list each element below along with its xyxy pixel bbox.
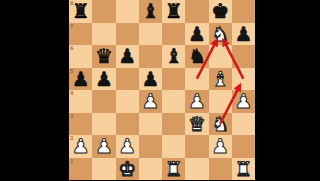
square-f2[interactable] — [185, 135, 208, 158]
rank-label-3: 3 — [70, 113, 73, 119]
square-f7[interactable]: ♟ — [185, 23, 208, 46]
black-pawn-b5: ♟ — [92, 68, 115, 91]
square-d6[interactable] — [139, 45, 162, 68]
white-pawn-h4: ♟ — [232, 90, 255, 113]
square-d8[interactable]: ♝ — [139, 0, 162, 23]
black-bishop-d8: ♝ — [139, 0, 162, 23]
white-pawn-f4: ♟ — [185, 90, 208, 113]
square-h1[interactable]: ♜ — [232, 158, 255, 181]
white-pawn-a2: ♟ — [69, 135, 92, 158]
square-b1[interactable] — [92, 158, 115, 181]
square-f8[interactable] — [185, 0, 208, 23]
square-a2[interactable]: 2♟ — [69, 135, 92, 158]
square-g4[interactable] — [209, 90, 232, 113]
square-d3[interactable] — [139, 113, 162, 136]
chess-board: 8♜♝♜♚7♟♞♟6♛♟♝♞5♟♟♟♝4♟♟♟3♛♞2♟♟♟♟1♚♜♜ — [69, 0, 255, 180]
white-rook-e1: ♜ — [162, 158, 185, 181]
rank-label-1: 1 — [70, 158, 73, 164]
square-d2[interactable] — [139, 135, 162, 158]
square-g2[interactable]: ♟ — [209, 135, 232, 158]
square-c5[interactable] — [116, 68, 139, 91]
square-b2[interactable]: ♟ — [92, 135, 115, 158]
square-e7[interactable] — [162, 23, 185, 46]
square-f3[interactable]: ♛ — [185, 113, 208, 136]
letterbox-left — [0, 0, 69, 180]
rank-label-6: 6 — [70, 45, 73, 51]
square-e2[interactable] — [162, 135, 185, 158]
black-knight-f6: ♞ — [185, 45, 208, 68]
white-pawn-d4: ♟ — [139, 90, 162, 113]
square-b3[interactable] — [92, 113, 115, 136]
square-g5[interactable]: ♝ — [209, 68, 232, 91]
square-a5[interactable]: 5♟ — [69, 68, 92, 91]
square-g8[interactable]: ♚ — [209, 0, 232, 23]
square-h7[interactable]: ♟ — [232, 23, 255, 46]
square-d4[interactable]: ♟ — [139, 90, 162, 113]
square-b7[interactable] — [92, 23, 115, 46]
square-a7[interactable]: 7 — [69, 23, 92, 46]
square-c1[interactable]: ♚ — [116, 158, 139, 181]
square-g3[interactable]: ♞ — [209, 113, 232, 136]
black-pawn-f7: ♟ — [185, 23, 208, 46]
square-h4[interactable]: ♟ — [232, 90, 255, 113]
square-h8[interactable] — [232, 0, 255, 23]
square-f1[interactable] — [185, 158, 208, 181]
black-bishop-e6: ♝ — [162, 45, 185, 68]
square-a6[interactable]: 6 — [69, 45, 92, 68]
square-a1[interactable]: 1 — [69, 158, 92, 181]
square-h5[interactable] — [232, 68, 255, 91]
rank-label-7: 7 — [70, 23, 73, 29]
square-d7[interactable] — [139, 23, 162, 46]
square-c8[interactable] — [116, 0, 139, 23]
black-pawn-a5: ♟ — [69, 68, 92, 91]
square-g7[interactable]: ♞ — [209, 23, 232, 46]
square-c7[interactable] — [116, 23, 139, 46]
square-h2[interactable] — [232, 135, 255, 158]
square-b5[interactable]: ♟ — [92, 68, 115, 91]
square-c6[interactable]: ♟ — [116, 45, 139, 68]
square-h3[interactable] — [232, 113, 255, 136]
square-c2[interactable]: ♟ — [116, 135, 139, 158]
white-bishop-g5: ♝ — [209, 68, 232, 91]
black-pawn-c6: ♟ — [116, 45, 139, 68]
white-knight-g7: ♞ — [209, 23, 232, 46]
white-pawn-c2: ♟ — [116, 135, 139, 158]
black-pawn-d5: ♟ — [139, 68, 162, 91]
square-f6[interactable]: ♞ — [185, 45, 208, 68]
square-e8[interactable]: ♜ — [162, 0, 185, 23]
square-g6[interactable] — [209, 45, 232, 68]
letterbox-right — [255, 0, 320, 180]
square-e5[interactable] — [162, 68, 185, 91]
black-rook-a8: ♜ — [69, 0, 92, 23]
rank-label-4: 4 — [70, 90, 73, 96]
square-b6[interactable]: ♛ — [92, 45, 115, 68]
white-pawn-b2: ♟ — [92, 135, 115, 158]
square-e3[interactable] — [162, 113, 185, 136]
black-king-g8: ♚ — [209, 0, 232, 23]
square-b4[interactable] — [92, 90, 115, 113]
black-rook-e8: ♜ — [162, 0, 185, 23]
square-a8[interactable]: 8♜ — [69, 0, 92, 23]
black-pawn-h7: ♟ — [232, 23, 255, 46]
square-e4[interactable] — [162, 90, 185, 113]
square-g1[interactable] — [209, 158, 232, 181]
square-f4[interactable]: ♟ — [185, 90, 208, 113]
white-rook-h1: ♜ — [232, 158, 255, 181]
white-pawn-g2: ♟ — [209, 135, 232, 158]
square-f5[interactable] — [185, 68, 208, 91]
square-d5[interactable]: ♟ — [139, 68, 162, 91]
square-b8[interactable] — [92, 0, 115, 23]
square-a3[interactable]: 3 — [69, 113, 92, 136]
square-e1[interactable]: ♜ — [162, 158, 185, 181]
white-queen-f3: ♛ — [185, 113, 208, 136]
square-e6[interactable]: ♝ — [162, 45, 185, 68]
white-knight-g3: ♞ — [209, 113, 232, 136]
video-frame: 8♜♝♜♚7♟♞♟6♛♟♝♞5♟♟♟♝4♟♟♟3♛♞2♟♟♟♟1♚♜♜ — [0, 0, 320, 180]
square-c4[interactable] — [116, 90, 139, 113]
black-queen-b6: ♛ — [92, 45, 115, 68]
square-a4[interactable]: 4 — [69, 90, 92, 113]
white-king-c1: ♚ — [116, 158, 139, 181]
square-h6[interactable] — [232, 45, 255, 68]
square-c3[interactable] — [116, 113, 139, 136]
square-d1[interactable] — [139, 158, 162, 181]
